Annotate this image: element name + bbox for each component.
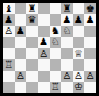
square-a8[interactable]: ♝	[3, 3, 15, 14]
square-c6[interactable]	[26, 26, 38, 37]
square-b7[interactable]	[15, 14, 27, 25]
piece-white-knight[interactable]: ♘	[51, 37, 60, 47]
piece-white-rook[interactable]: ♖	[4, 59, 13, 69]
square-d2[interactable]	[38, 71, 50, 82]
piece-white-queen[interactable]: ♕	[74, 48, 83, 58]
piece-white-pawn[interactable]: ♙	[62, 71, 71, 81]
square-d8[interactable]	[38, 3, 50, 14]
piece-white-pawn[interactable]: ♙	[74, 71, 83, 81]
square-a7[interactable]: ♟	[3, 14, 15, 25]
square-h1[interactable]	[84, 82, 96, 93]
piece-white-pawn[interactable]: ♙	[39, 48, 48, 58]
piece-black-rook[interactable]: ♜	[62, 3, 71, 13]
square-e3[interactable]	[50, 59, 62, 70]
square-g1[interactable]: ♔	[73, 82, 85, 93]
square-b3[interactable]	[15, 59, 27, 70]
piece-black-king[interactable]: ♚	[86, 3, 95, 13]
square-g7[interactable]: ♟	[73, 14, 85, 25]
square-a1[interactable]	[3, 82, 15, 93]
square-e1[interactable]: ♖	[50, 82, 62, 93]
square-a4[interactable]	[3, 48, 15, 59]
square-f3[interactable]	[61, 59, 73, 70]
square-f5[interactable]	[61, 37, 73, 48]
square-c1[interactable]	[26, 82, 38, 93]
square-e7[interactable]	[50, 14, 62, 25]
square-f7[interactable]: ♟	[61, 14, 73, 25]
square-c3[interactable]	[26, 59, 38, 70]
square-f4[interactable]	[61, 48, 73, 59]
square-f1[interactable]	[61, 82, 73, 93]
square-h5[interactable]	[84, 37, 96, 48]
square-c5[interactable]	[26, 37, 38, 48]
piece-black-pawn[interactable]: ♟	[86, 14, 95, 24]
chess-board: ♝♜♜♚♟♛♟♟♟♙♟♞♘♟♘♙♕♖♙♙♙♙♖♔	[0, 0, 99, 96]
square-g3[interactable]	[73, 59, 85, 70]
square-a5[interactable]	[3, 37, 15, 48]
square-c7[interactable]: ♛	[26, 14, 38, 25]
square-b6[interactable]: ♟	[15, 26, 27, 37]
square-e6[interactable]: ♞	[50, 26, 62, 37]
square-h2[interactable]: ♙	[84, 71, 96, 82]
square-d5[interactable]: ♟	[38, 37, 50, 48]
piece-black-bishop[interactable]: ♝	[4, 3, 13, 13]
square-g4[interactable]: ♕	[73, 48, 85, 59]
square-d1[interactable]	[38, 82, 50, 93]
piece-black-queen[interactable]: ♛	[28, 14, 37, 24]
square-b1[interactable]	[15, 82, 27, 93]
square-d4[interactable]: ♙	[38, 48, 50, 59]
piece-black-rook[interactable]: ♜	[28, 3, 37, 13]
piece-white-pawn[interactable]: ♙	[16, 71, 25, 81]
square-e8[interactable]	[50, 3, 62, 14]
square-f8[interactable]: ♜	[61, 3, 73, 14]
square-h8[interactable]: ♚	[84, 3, 96, 14]
square-h3[interactable]	[84, 59, 96, 70]
square-d3[interactable]	[38, 59, 50, 70]
piece-white-pawn[interactable]: ♙	[86, 71, 95, 81]
square-b4[interactable]	[15, 48, 27, 59]
square-g8[interactable]	[73, 3, 85, 14]
square-a2[interactable]	[3, 71, 15, 82]
square-b2[interactable]: ♙	[15, 71, 27, 82]
square-h7[interactable]: ♟	[84, 14, 96, 25]
square-b5[interactable]	[15, 37, 27, 48]
piece-black-pawn[interactable]: ♟	[62, 14, 71, 24]
board-grid: ♝♜♜♚♟♛♟♟♟♙♟♞♘♟♘♙♕♖♙♙♙♙♖♔	[3, 3, 96, 93]
square-b8[interactable]	[15, 3, 27, 14]
square-e2[interactable]	[50, 71, 62, 82]
square-d6[interactable]	[38, 26, 50, 37]
square-g6[interactable]	[73, 26, 85, 37]
piece-black-pawn[interactable]: ♟	[74, 14, 83, 24]
piece-black-knight[interactable]: ♞	[51, 26, 60, 36]
square-d7[interactable]	[38, 14, 50, 25]
square-a3[interactable]: ♖	[3, 59, 15, 70]
square-g5[interactable]	[73, 37, 85, 48]
piece-white-rook[interactable]: ♖	[51, 82, 60, 92]
square-c2[interactable]	[26, 71, 38, 82]
square-e4[interactable]	[50, 48, 62, 59]
square-e5[interactable]: ♘	[50, 37, 62, 48]
square-c8[interactable]: ♜	[26, 3, 38, 14]
square-a6[interactable]: ♙	[3, 26, 15, 37]
square-h6[interactable]	[84, 26, 96, 37]
piece-black-pawn[interactable]: ♟	[39, 37, 48, 47]
piece-white-king[interactable]: ♔	[74, 82, 83, 92]
piece-black-pawn[interactable]: ♟	[16, 26, 25, 36]
piece-white-knight[interactable]: ♘	[62, 26, 71, 36]
square-g2[interactable]: ♙	[73, 71, 85, 82]
piece-black-pawn[interactable]: ♟	[4, 14, 13, 24]
piece-white-pawn[interactable]: ♙	[4, 26, 13, 36]
square-c4[interactable]	[26, 48, 38, 59]
square-f6[interactable]: ♘	[61, 26, 73, 37]
square-h4[interactable]	[84, 48, 96, 59]
square-f2[interactable]: ♙	[61, 71, 73, 82]
